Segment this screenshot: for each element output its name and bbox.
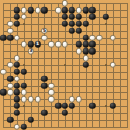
- black-stone[interactable]: [55, 103, 61, 109]
- move-number-label: 5: [43, 28, 46, 33]
- white-stone[interactable]: [7, 21, 13, 27]
- white-stone[interactable]: 3: [28, 48, 34, 54]
- black-stone[interactable]: [14, 103, 20, 109]
- black-stone[interactable]: [41, 82, 47, 88]
- white-stone[interactable]: [14, 123, 20, 129]
- white-stone[interactable]: [21, 14, 27, 20]
- black-stone[interactable]: [62, 103, 68, 109]
- black-stone[interactable]: [7, 75, 13, 81]
- white-stone[interactable]: 5: [41, 28, 47, 34]
- white-stone[interactable]: [14, 75, 20, 81]
- white-stone[interactable]: [62, 41, 68, 47]
- black-stone[interactable]: [14, 96, 20, 102]
- white-stone[interactable]: [14, 34, 20, 40]
- white-stone[interactable]: [7, 82, 13, 88]
- white-stone[interactable]: [62, 0, 68, 6]
- black-stone[interactable]: [75, 21, 81, 27]
- black-stone[interactable]: [21, 82, 27, 88]
- white-stone[interactable]: [7, 28, 13, 34]
- black-stone[interactable]: [7, 34, 13, 40]
- black-stone[interactable]: [75, 41, 81, 47]
- black-stone[interactable]: [89, 103, 95, 109]
- black-stone[interactable]: [62, 21, 68, 27]
- black-stone[interactable]: [82, 34, 88, 40]
- white-stone[interactable]: [41, 34, 47, 40]
- black-stone[interactable]: [62, 110, 68, 116]
- white-stone[interactable]: [21, 7, 27, 13]
- grid-line-horizontal: [3, 79, 127, 80]
- black-stone[interactable]: [14, 82, 20, 88]
- white-stone[interactable]: [48, 96, 54, 102]
- black-stone[interactable]: [89, 48, 95, 54]
- grid-line-vertical: [92, 3, 93, 127]
- white-stone[interactable]: [21, 89, 27, 95]
- white-stone[interactable]: [110, 62, 116, 68]
- grid-line-vertical: [127, 3, 128, 127]
- white-stone[interactable]: [75, 48, 81, 54]
- black-stone[interactable]: [82, 41, 88, 47]
- white-stone[interactable]: [34, 7, 40, 13]
- black-stone[interactable]: [69, 21, 75, 27]
- black-stone[interactable]: [69, 14, 75, 20]
- black-stone[interactable]: [89, 41, 95, 47]
- black-stone[interactable]: [41, 110, 47, 116]
- black-stone[interactable]: [14, 21, 20, 27]
- star-point: [105, 105, 107, 107]
- black-stone[interactable]: [14, 69, 20, 75]
- star-point: [105, 64, 107, 66]
- black-stone[interactable]: [103, 14, 109, 20]
- star-point: [23, 105, 25, 107]
- black-stone[interactable]: [82, 7, 88, 13]
- black-stone[interactable]: [28, 41, 34, 47]
- black-stone[interactable]: [14, 89, 20, 95]
- white-stone[interactable]: [28, 96, 34, 102]
- black-stone[interactable]: [82, 48, 88, 54]
- black-stone[interactable]: [110, 103, 116, 109]
- white-stone[interactable]: [48, 82, 54, 88]
- star-point: [64, 64, 66, 66]
- black-stone[interactable]: [14, 62, 20, 68]
- black-stone[interactable]: [62, 7, 68, 13]
- black-stone[interactable]: [75, 14, 81, 20]
- black-stone[interactable]: [69, 7, 75, 13]
- white-stone[interactable]: [0, 69, 6, 75]
- star-point: [23, 64, 25, 66]
- black-stone[interactable]: [21, 123, 27, 129]
- black-stone[interactable]: [41, 7, 47, 13]
- black-stone[interactable]: [14, 14, 20, 20]
- white-stone[interactable]: [7, 89, 13, 95]
- black-stone[interactable]: [28, 117, 34, 123]
- black-stone[interactable]: [69, 28, 75, 34]
- white-stone[interactable]: [48, 89, 54, 95]
- black-stone[interactable]: [0, 89, 6, 95]
- black-stone[interactable]: [69, 103, 75, 109]
- black-stone[interactable]: 1: [34, 41, 40, 47]
- white-stone[interactable]: [96, 34, 102, 40]
- black-stone[interactable]: [41, 75, 47, 81]
- white-stone[interactable]: [75, 96, 81, 102]
- grid-line-horizontal: [3, 120, 127, 121]
- black-stone[interactable]: [14, 7, 20, 13]
- black-stone[interactable]: [21, 69, 27, 75]
- white-stone[interactable]: [7, 62, 13, 68]
- black-stone[interactable]: [75, 28, 81, 34]
- white-stone[interactable]: [55, 41, 61, 47]
- white-stone[interactable]: [89, 34, 95, 40]
- black-stone[interactable]: [0, 34, 6, 40]
- black-stone[interactable]: [89, 7, 95, 13]
- move-number-label: 3: [29, 49, 32, 54]
- grid-line-vertical: [99, 3, 100, 127]
- black-stone[interactable]: [62, 14, 68, 20]
- white-stone[interactable]: [69, 96, 75, 102]
- black-stone[interactable]: [82, 62, 88, 68]
- white-stone[interactable]: [55, 7, 61, 13]
- white-stone[interactable]: [21, 96, 27, 102]
- black-stone[interactable]: [28, 7, 34, 13]
- white-stone[interactable]: [75, 7, 81, 13]
- white-stone[interactable]: [21, 41, 27, 47]
- black-stone[interactable]: [89, 14, 95, 20]
- star-point: [23, 23, 25, 25]
- white-stone[interactable]: [14, 55, 20, 61]
- grid-line-vertical: [120, 3, 121, 127]
- black-stone[interactable]: [82, 21, 88, 27]
- black-stone[interactable]: [7, 117, 13, 123]
- move-number-label: 1: [36, 42, 39, 47]
- star-point: [105, 23, 107, 25]
- white-stone[interactable]: [48, 41, 54, 47]
- white-stone[interactable]: [34, 96, 40, 102]
- white-stone[interactable]: [82, 55, 88, 61]
- go-board[interactable]: 513: [0, 0, 130, 130]
- white-stone[interactable]: [110, 34, 116, 40]
- black-stone[interactable]: [14, 110, 20, 116]
